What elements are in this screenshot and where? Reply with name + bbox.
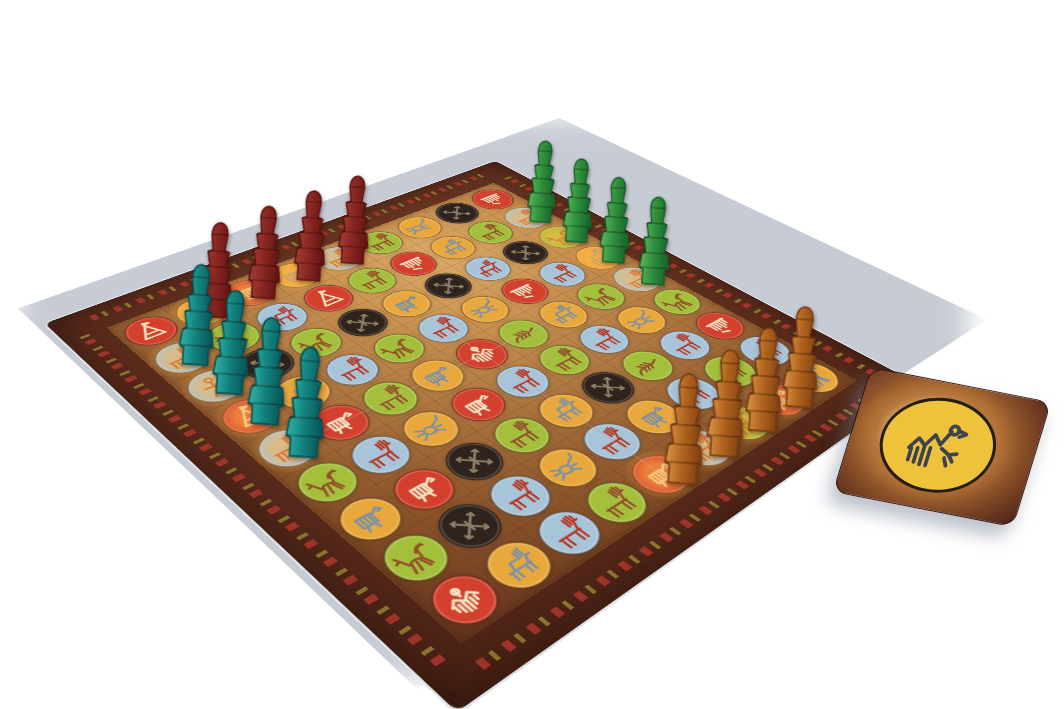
thunderbird-icon bbox=[890, 407, 986, 484]
pawn-orange-1[interactable] bbox=[657, 367, 713, 489]
pawn-dark-red-4[interactable] bbox=[333, 171, 378, 268]
pawn-green-2[interactable] bbox=[557, 154, 599, 246]
pawn-green-1[interactable] bbox=[522, 137, 563, 227]
disc-rain-R[interactable] bbox=[686, 307, 755, 345]
pawn-green-3[interactable] bbox=[594, 173, 637, 267]
disc-horse-G[interactable] bbox=[363, 328, 436, 370]
cell-r6c5[interactable] bbox=[565, 363, 650, 414]
disc-deer-G[interactable] bbox=[528, 339, 601, 381]
table-surface bbox=[0, 0, 1064, 709]
pawn-green-4[interactable] bbox=[633, 192, 678, 289]
pawn-dark-red-3[interactable] bbox=[289, 186, 335, 285]
pawn-teal-4[interactable] bbox=[279, 341, 335, 463]
